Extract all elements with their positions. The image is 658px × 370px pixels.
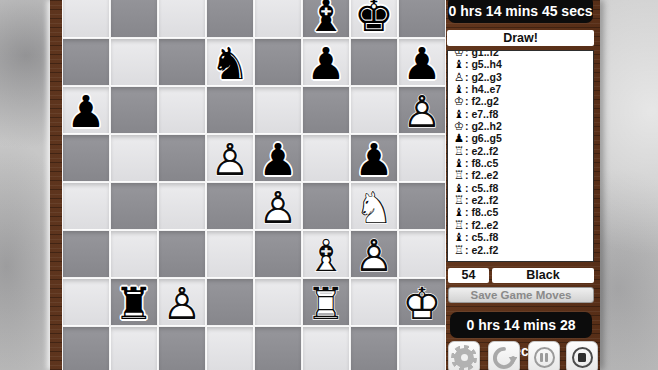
black-pawn[interactable]: ♟ [302,38,350,86]
square-e4[interactable]: ♟♙ [254,182,302,230]
square-g5[interactable]: ♟ [350,134,398,182]
square-c7[interactable] [158,38,206,86]
stop-icon [572,347,593,368]
square-c1[interactable] [158,326,206,370]
square-h4[interactable] [398,182,446,230]
square-c4[interactable] [158,182,206,230]
square-a7[interactable] [62,38,110,86]
black-knight[interactable]: ♞ [206,38,254,86]
chess-app-window: ♝♚♞♟♟♟♟♙♟♙♟♟♟♙♞♘♝♗♟♙♜♟♙♜♖♚♔ 0 hrs 14 min… [50,0,600,370]
pause-button[interactable] [528,341,560,370]
square-g8[interactable]: ♚ [350,0,398,38]
square-f4[interactable] [302,182,350,230]
timer-bottom: 0 hrs 14 mins 28 secs [450,312,592,338]
square-c6[interactable] [158,86,206,134]
square-e8[interactable] [254,0,302,38]
square-b3[interactable] [110,230,158,278]
gear-icon [451,345,477,370]
square-h2[interactable]: ♚♔ [398,278,446,326]
white-pawn[interactable]: ♟♙ [254,182,302,230]
white-rook-icon: ♖ [453,244,465,256]
square-e3[interactable] [254,230,302,278]
square-c5[interactable] [158,134,206,182]
square-d6[interactable] [206,86,254,134]
turn-indicator: Black [492,268,594,283]
white-knight[interactable]: ♞♘ [350,182,398,230]
move-entry: ♝: f8..c5 [453,206,593,218]
timer-top: 0 hrs 14 mins 45 secs [448,0,593,23]
move-entry: ♔: f2..g2 [453,95,593,107]
square-a8[interactable] [62,0,110,38]
square-f8[interactable]: ♝ [302,0,350,38]
square-c3[interactable] [158,230,206,278]
square-h3[interactable] [398,230,446,278]
game-status: Draw! [447,30,594,46]
black-pawn[interactable]: ♟ [62,86,110,134]
black-king[interactable]: ♚ [350,0,398,38]
square-h8[interactable] [398,0,446,38]
move-entry: ♝: c5..f8 [453,182,593,194]
white-rook[interactable]: ♜♖ [302,278,350,326]
square-d4[interactable] [206,182,254,230]
square-b8[interactable] [110,0,158,38]
white-rook-icon: ♖ [453,169,465,181]
move-entry: ♝: g5..h4 [453,58,593,70]
square-g7[interactable] [350,38,398,86]
move-entry: ♖: f2..e2 [453,169,593,181]
square-b2[interactable]: ♜ [110,278,158,326]
move-entry: ♝: e7..f8 [453,108,593,120]
square-b5[interactable] [110,134,158,182]
move-entry: ♔: g2..h2 [453,120,593,132]
move-entry: ♝: h4..e7 [453,83,593,95]
square-g1[interactable] [350,326,398,370]
black-bishop-icon: ♝ [453,58,465,70]
square-h7[interactable]: ♟ [398,38,446,86]
square-c2[interactable]: ♟♙ [158,278,206,326]
square-d7[interactable]: ♞ [206,38,254,86]
square-a3[interactable] [62,230,110,278]
white-pawn[interactable]: ♟♙ [158,278,206,326]
pause-icon [534,347,555,368]
square-d1[interactable] [206,326,254,370]
square-h1[interactable] [398,326,446,370]
square-a4[interactable] [62,182,110,230]
square-b4[interactable] [110,182,158,230]
black-pawn[interactable]: ♟ [350,134,398,182]
move-entry: ♝: c5..f8 [453,231,593,243]
move-number: 54 [448,268,489,283]
square-d2[interactable] [206,278,254,326]
chess-board[interactable]: ♝♚♞♟♟♟♟♙♟♙♟♟♟♙♞♘♝♗♟♙♜♟♙♜♖♚♔ [62,0,446,370]
black-bishop-icon: ♝ [453,206,465,218]
square-d5[interactable]: ♟♙ [206,134,254,182]
square-d3[interactable] [206,230,254,278]
move-entry: ♝: f8..c5 [453,157,593,169]
white-bishop[interactable]: ♝♗ [302,230,350,278]
square-e2[interactable] [254,278,302,326]
white-pawn[interactable]: ♟♙ [206,134,254,182]
black-bishop[interactable]: ♝ [302,0,350,38]
square-d8[interactable] [206,0,254,38]
settings-button[interactable] [448,341,480,370]
square-a2[interactable] [62,278,110,326]
move-entry: ♖: e2..f2 [453,145,593,157]
white-king[interactable]: ♚♔ [398,278,446,326]
square-g2[interactable] [350,278,398,326]
black-pawn-icon: ♟ [453,132,465,144]
square-g6[interactable] [350,86,398,134]
square-b6[interactable] [110,86,158,134]
square-g3[interactable]: ♟♙ [350,230,398,278]
move-entry: ♖: e2..f2 [453,194,593,206]
move-entry: ♖: f2..e2 [453,219,593,231]
move-entry: ♟: g6..g5 [453,132,593,144]
square-e5[interactable]: ♟ [254,134,302,182]
square-b1[interactable] [110,326,158,370]
square-a6[interactable]: ♟ [62,86,110,134]
square-b7[interactable] [110,38,158,86]
move-entry: ♖: e2..f2 [453,244,593,256]
restart-button[interactable] [488,341,520,370]
square-f2[interactable]: ♜♖ [302,278,350,326]
stop-button[interactable] [566,341,598,370]
square-g4[interactable]: ♞♘ [350,182,398,230]
square-a1[interactable] [62,326,110,370]
black-pawn[interactable]: ♟ [254,134,302,182]
square-f5[interactable] [302,134,350,182]
white-king-icon: ♔ [453,95,465,107]
white-pawn[interactable]: ♟♙ [398,86,446,134]
square-c8[interactable] [158,0,206,38]
black-bishop-icon: ♝ [453,231,465,243]
circular-arrow-icon [491,345,517,370]
black-pawn[interactable]: ♟ [398,38,446,86]
square-a5[interactable] [62,134,110,182]
square-e1[interactable] [254,326,302,370]
white-pawn[interactable]: ♟♙ [350,230,398,278]
square-h6[interactable]: ♟♙ [398,86,446,134]
square-f1[interactable] [302,326,350,370]
square-f6[interactable] [302,86,350,134]
square-f3[interactable]: ♝♗ [302,230,350,278]
square-h5[interactable] [398,134,446,182]
save-game-moves-button[interactable]: Save Game Moves [448,287,594,303]
square-e6[interactable] [254,86,302,134]
square-e7[interactable] [254,38,302,86]
move-entry: ♙: g2..g3 [453,71,593,83]
move-list[interactable]: ♔: g1..f2♝: g5..h4♙: g2..g3♝: h4..e7♔: f… [447,50,594,262]
black-rook[interactable]: ♜ [110,278,158,326]
square-f7[interactable]: ♟ [302,38,350,86]
